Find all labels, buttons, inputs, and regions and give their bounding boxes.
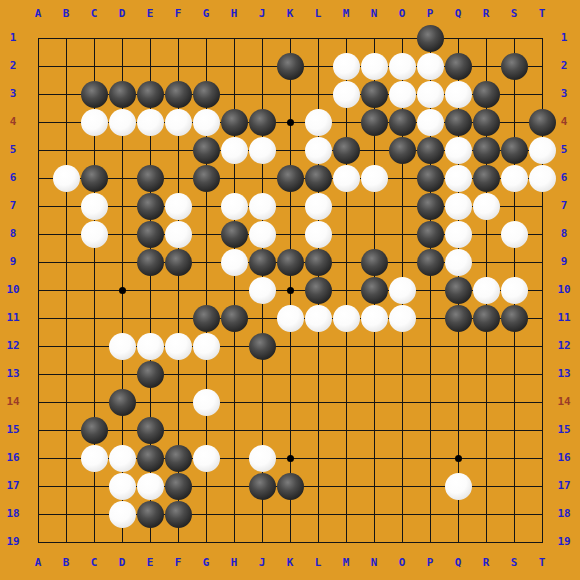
row-label-right: 4 (561, 116, 568, 128)
column-label-top: N (371, 8, 378, 20)
white-stone (445, 221, 472, 248)
column-label-top: G (203, 8, 210, 20)
row-label-right: 14 (557, 396, 570, 408)
black-stone (165, 249, 192, 276)
white-stone (249, 221, 276, 248)
column-label-bottom: A (35, 557, 42, 569)
row-label-left: 10 (6, 284, 19, 296)
column-label-bottom: R (483, 557, 490, 569)
black-stone (501, 305, 528, 332)
black-stone (137, 193, 164, 220)
row-label-left: 5 (10, 144, 17, 156)
row-label-left: 17 (6, 480, 19, 492)
star-point (455, 455, 462, 462)
row-label-right: 13 (557, 368, 570, 380)
column-label-top: C (91, 8, 98, 20)
white-stone (137, 473, 164, 500)
black-stone (137, 221, 164, 248)
column-label-bottom: K (287, 557, 294, 569)
white-stone (445, 137, 472, 164)
white-stone (529, 165, 556, 192)
black-stone (193, 305, 220, 332)
black-stone (417, 25, 444, 52)
white-stone (109, 501, 136, 528)
column-label-top: A (35, 8, 42, 20)
black-stone (333, 137, 360, 164)
white-stone (305, 305, 332, 332)
row-label-left: 3 (10, 88, 17, 100)
black-stone (277, 53, 304, 80)
star-point (287, 287, 294, 294)
white-stone (137, 109, 164, 136)
star-point (287, 455, 294, 462)
column-label-bottom: D (119, 557, 126, 569)
column-label-top: P (427, 8, 434, 20)
black-stone (361, 249, 388, 276)
white-stone (305, 221, 332, 248)
black-stone (249, 249, 276, 276)
white-stone (473, 277, 500, 304)
white-stone (249, 193, 276, 220)
white-stone (165, 109, 192, 136)
black-stone (445, 53, 472, 80)
black-stone (529, 109, 556, 136)
black-stone (417, 165, 444, 192)
black-stone (109, 389, 136, 416)
white-stone (305, 137, 332, 164)
white-stone (445, 249, 472, 276)
black-stone (445, 305, 472, 332)
black-stone (277, 473, 304, 500)
column-label-bottom: O (399, 557, 406, 569)
black-stone (361, 277, 388, 304)
black-stone (249, 109, 276, 136)
white-stone (417, 81, 444, 108)
white-stone (361, 165, 388, 192)
column-label-bottom: Q (455, 557, 462, 569)
column-label-top: J (259, 8, 266, 20)
white-stone (249, 445, 276, 472)
black-stone (137, 417, 164, 444)
white-stone (445, 473, 472, 500)
column-label-top: B (63, 8, 70, 20)
black-stone (501, 137, 528, 164)
black-stone (361, 109, 388, 136)
black-stone (473, 305, 500, 332)
black-stone (221, 221, 248, 248)
black-stone (81, 81, 108, 108)
column-label-top: M (343, 8, 350, 20)
black-stone (305, 165, 332, 192)
white-stone (389, 305, 416, 332)
column-label-bottom: F (175, 557, 182, 569)
black-stone (109, 81, 136, 108)
column-label-bottom: C (91, 557, 98, 569)
row-label-left: 8 (10, 228, 17, 240)
column-label-bottom: P (427, 557, 434, 569)
row-label-left: 12 (6, 340, 19, 352)
white-stone (417, 53, 444, 80)
black-stone (445, 109, 472, 136)
white-stone (445, 165, 472, 192)
column-label-bottom: M (343, 557, 350, 569)
white-stone (109, 333, 136, 360)
white-stone (277, 305, 304, 332)
white-stone (389, 53, 416, 80)
white-stone (165, 221, 192, 248)
row-label-right: 18 (557, 508, 570, 520)
white-stone (221, 193, 248, 220)
black-stone (137, 81, 164, 108)
column-label-bottom: H (231, 557, 238, 569)
white-stone (81, 193, 108, 220)
black-stone (389, 109, 416, 136)
white-stone (81, 445, 108, 472)
column-label-top: D (119, 8, 126, 20)
black-stone (221, 109, 248, 136)
white-stone (389, 81, 416, 108)
row-label-right: 7 (561, 200, 568, 212)
white-stone (333, 53, 360, 80)
black-stone (221, 305, 248, 332)
column-label-top: H (231, 8, 238, 20)
white-stone (193, 445, 220, 472)
row-label-left: 18 (6, 508, 19, 520)
row-label-left: 1 (10, 32, 17, 44)
black-stone (277, 165, 304, 192)
row-label-right: 10 (557, 284, 570, 296)
row-label-right: 3 (561, 88, 568, 100)
black-stone (137, 445, 164, 472)
white-stone (501, 165, 528, 192)
white-stone (333, 305, 360, 332)
row-label-right: 12 (557, 340, 570, 352)
row-label-right: 9 (561, 256, 568, 268)
white-stone (221, 137, 248, 164)
black-stone (389, 137, 416, 164)
column-label-top: K (287, 8, 294, 20)
black-stone (277, 249, 304, 276)
black-stone (417, 249, 444, 276)
white-stone (81, 109, 108, 136)
column-label-bottom: S (511, 557, 518, 569)
white-stone (445, 193, 472, 220)
white-stone (193, 109, 220, 136)
white-stone (473, 193, 500, 220)
column-label-top: T (539, 8, 546, 20)
row-label-left: 15 (6, 424, 19, 436)
black-stone (193, 165, 220, 192)
white-stone (333, 165, 360, 192)
column-label-bottom: E (147, 557, 154, 569)
row-label-right: 5 (561, 144, 568, 156)
row-label-left: 14 (6, 396, 19, 408)
black-stone (417, 137, 444, 164)
white-stone (109, 445, 136, 472)
row-label-right: 1 (561, 32, 568, 44)
black-stone (473, 137, 500, 164)
white-stone (333, 81, 360, 108)
black-stone (501, 53, 528, 80)
row-label-right: 15 (557, 424, 570, 436)
white-stone (501, 221, 528, 248)
black-stone (417, 193, 444, 220)
black-stone (305, 277, 332, 304)
row-label-left: 9 (10, 256, 17, 268)
white-stone (305, 109, 332, 136)
row-label-right: 16 (557, 452, 570, 464)
white-stone (53, 165, 80, 192)
white-stone (109, 473, 136, 500)
black-stone (137, 501, 164, 528)
black-stone (473, 165, 500, 192)
white-stone (305, 193, 332, 220)
white-stone (361, 53, 388, 80)
column-label-bottom: N (371, 557, 378, 569)
column-label-top: R (483, 8, 490, 20)
row-label-left: 6 (10, 172, 17, 184)
column-label-bottom: G (203, 557, 210, 569)
white-stone (529, 137, 556, 164)
column-label-top: S (511, 8, 518, 20)
white-stone (249, 137, 276, 164)
white-stone (445, 81, 472, 108)
column-label-top: Q (455, 8, 462, 20)
row-label-left: 16 (6, 452, 19, 464)
row-label-right: 6 (561, 172, 568, 184)
black-stone (305, 249, 332, 276)
black-stone (165, 445, 192, 472)
black-stone (165, 501, 192, 528)
black-stone (249, 333, 276, 360)
white-stone (81, 221, 108, 248)
column-label-top: O (399, 8, 406, 20)
white-stone (137, 333, 164, 360)
white-stone (165, 193, 192, 220)
column-label-top: E (147, 8, 154, 20)
star-point (119, 287, 126, 294)
white-stone (165, 333, 192, 360)
column-label-bottom: B (63, 557, 70, 569)
row-label-right: 8 (561, 228, 568, 240)
row-label-right: 2 (561, 60, 568, 72)
row-label-right: 11 (557, 312, 570, 324)
column-label-bottom: L (315, 557, 322, 569)
black-stone (473, 81, 500, 108)
column-label-bottom: J (259, 557, 266, 569)
white-stone (501, 277, 528, 304)
white-stone (389, 277, 416, 304)
black-stone (81, 165, 108, 192)
black-stone (165, 473, 192, 500)
white-stone (249, 277, 276, 304)
black-stone (137, 165, 164, 192)
go-board-screen: AABBCCDDEEFFGGHHJJKKLLMMNNOOPPQQRRSSTT11… (0, 0, 580, 580)
row-label-left: 7 (10, 200, 17, 212)
black-stone (81, 417, 108, 444)
white-stone (361, 305, 388, 332)
column-label-top: L (315, 8, 322, 20)
row-label-left: 13 (6, 368, 19, 380)
row-label-left: 4 (10, 116, 17, 128)
go-board[interactable]: AABBCCDDEEFFGGHHJJKKLLMMNNOOPPQQRRSSTT11… (0, 0, 580, 580)
column-label-bottom: T (539, 557, 546, 569)
column-label-top: F (175, 8, 182, 20)
black-stone (417, 221, 444, 248)
black-stone (361, 81, 388, 108)
white-stone (109, 109, 136, 136)
white-stone (193, 333, 220, 360)
black-stone (165, 81, 192, 108)
row-label-right: 17 (557, 480, 570, 492)
black-stone (137, 361, 164, 388)
black-stone (445, 277, 472, 304)
white-stone (417, 109, 444, 136)
black-stone (193, 81, 220, 108)
black-stone (473, 109, 500, 136)
row-label-left: 19 (6, 536, 19, 548)
black-stone (193, 137, 220, 164)
row-label-left: 2 (10, 60, 17, 72)
black-stone (249, 473, 276, 500)
white-stone (221, 249, 248, 276)
star-point (287, 119, 294, 126)
row-label-left: 11 (6, 312, 19, 324)
black-stone (137, 249, 164, 276)
white-stone (193, 389, 220, 416)
row-label-right: 19 (557, 536, 570, 548)
